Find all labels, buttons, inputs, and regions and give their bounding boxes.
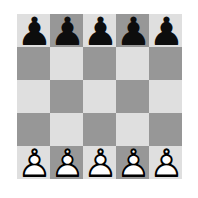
square-d3[interactable] (116, 80, 149, 113)
square-d1[interactable]: ♟♙ (116, 146, 149, 179)
square-c5[interactable]: ♟ (83, 14, 116, 47)
square-a3[interactable] (17, 80, 50, 113)
square-e1[interactable]: ♟♙ (149, 146, 182, 179)
square-e4[interactable] (149, 47, 182, 80)
white-pawn[interactable]: ♟♙ (50, 147, 83, 180)
square-e3[interactable] (149, 80, 182, 113)
square-a4[interactable] (17, 47, 50, 80)
square-b1[interactable]: ♟♙ (50, 146, 83, 179)
black-pawn[interactable]: ♟ (50, 15, 83, 48)
square-b4[interactable] (50, 47, 83, 80)
black-pawn[interactable]: ♟ (83, 15, 116, 48)
white-pawn-outline-glyph: ♙ (149, 147, 182, 180)
white-pawn[interactable]: ♟♙ (83, 147, 116, 180)
black-pawn[interactable]: ♟ (116, 15, 149, 48)
black-pawn-glyph: ♟ (149, 15, 182, 48)
square-d4[interactable] (116, 47, 149, 80)
square-b3[interactable] (50, 80, 83, 113)
black-pawn[interactable]: ♟ (149, 15, 182, 48)
square-c4[interactable] (83, 47, 116, 80)
white-pawn[interactable]: ♟♙ (149, 147, 182, 180)
white-pawn-outline-glyph: ♙ (17, 147, 50, 180)
chess-board: ♟♟♟♟♟♟♙♟♙♟♙♟♙♟♙ (17, 14, 182, 179)
black-pawn-glyph: ♟ (50, 15, 83, 48)
square-c3[interactable] (83, 80, 116, 113)
black-pawn[interactable]: ♟ (17, 15, 50, 48)
square-c1[interactable]: ♟♙ (83, 146, 116, 179)
white-pawn[interactable]: ♟♙ (116, 147, 149, 180)
white-pawn-outline-glyph: ♙ (83, 147, 116, 180)
white-pawn-outline-glyph: ♙ (116, 147, 149, 180)
page-background: ♟♟♟♟♟♟♙♟♙♟♙♟♙♟♙ (0, 0, 198, 198)
square-a5[interactable]: ♟ (17, 14, 50, 47)
square-b5[interactable]: ♟ (50, 14, 83, 47)
square-d5[interactable]: ♟ (116, 14, 149, 47)
black-pawn-glyph: ♟ (83, 15, 116, 48)
square-a1[interactable]: ♟♙ (17, 146, 50, 179)
square-e5[interactable]: ♟ (149, 14, 182, 47)
white-pawn[interactable]: ♟♙ (17, 147, 50, 180)
black-pawn-glyph: ♟ (17, 15, 50, 48)
white-pawn-outline-glyph: ♙ (50, 147, 83, 180)
black-pawn-glyph: ♟ (116, 15, 149, 48)
